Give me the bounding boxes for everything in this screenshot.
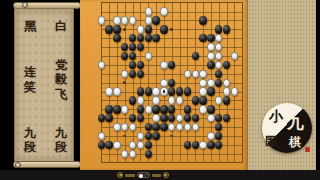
grid-line-v: [180, 3, 181, 163]
black-stone: [176, 87, 183, 95]
black-stone: [184, 87, 191, 95]
black-stone: [207, 105, 214, 113]
black-stone: [152, 132, 159, 140]
channel-logo: 小 九 围 棋: [262, 103, 312, 153]
black-player-column: 黑 连笑 九段: [22, 19, 38, 155]
white-stone: [105, 87, 112, 95]
white-stone: [113, 16, 120, 24]
white-stone: [98, 16, 105, 24]
black-stone: [152, 16, 159, 24]
black-stone: [192, 141, 199, 149]
scroll-character: 黑: [24, 19, 36, 34]
white-stone: [113, 87, 120, 95]
black-player-name: 连笑: [24, 65, 36, 94]
video-frame: 白 党毅飞 九段 黑 连笑 九段 小 九 围 棋 ◀: [0, 0, 320, 180]
black-stone: [137, 70, 144, 78]
black-stone: [207, 141, 214, 149]
white-stone: [199, 79, 206, 87]
white-stone: [137, 25, 144, 33]
white-stone: [207, 52, 214, 60]
white-player-rank: 九段: [55, 126, 67, 155]
scroll-character: 白: [55, 19, 67, 34]
grid-line-v: [187, 3, 188, 163]
black-stone-icon: [145, 174, 149, 178]
white-stone: [145, 52, 152, 60]
white-stone: [199, 70, 206, 78]
black-stone: [145, 141, 152, 149]
bottom-control-bar: ◀ ▶: [0, 170, 320, 180]
black-stone: [152, 123, 159, 131]
player-name-scroll: 白 党毅飞 九段 黑 连笑 九段: [13, 2, 76, 168]
grid-line-v: [234, 3, 235, 163]
black-stone: [223, 96, 230, 104]
black-stone: [215, 25, 222, 33]
side-panel: 小 九 围 棋: [247, 0, 316, 170]
black-color-label: 黑: [24, 19, 36, 34]
next-move-button[interactable]: ▶: [163, 172, 169, 178]
logo-char-qi: 棋: [289, 134, 301, 151]
white-stone: [152, 96, 159, 104]
scroll-character: 毅: [55, 72, 67, 87]
last-move-marker: [163, 90, 166, 93]
black-stone: [184, 105, 191, 113]
grid-line-v: [195, 3, 196, 163]
black-stone: [105, 105, 112, 113]
logo-char-xiao: 小: [269, 108, 283, 126]
black-stone: [129, 96, 136, 104]
logo-red-seal-icon: [305, 147, 310, 152]
move-info-text-right: [152, 174, 161, 177]
white-stone-icon: [139, 174, 143, 178]
black-stone: [199, 16, 206, 24]
black-stone: [105, 25, 112, 33]
black-stone: [145, 87, 152, 95]
black-stone: [160, 105, 167, 113]
white-stone: [98, 61, 105, 69]
black-stone: [207, 34, 214, 42]
scroll-character: 九: [24, 126, 36, 141]
move-info-text-left: [125, 174, 135, 177]
black-stone: [192, 96, 199, 104]
scroll-character: 九: [55, 126, 67, 141]
white-stone: [160, 79, 167, 87]
white-stone: [152, 87, 159, 95]
black-stone: [207, 61, 214, 69]
scroll-character: 段: [24, 140, 36, 155]
white-stone: [207, 43, 214, 51]
scroll-character: 党: [55, 58, 67, 73]
white-stone: [207, 132, 214, 140]
black-stone: [152, 105, 159, 113]
white-stone: [145, 16, 152, 24]
white-stone: [113, 141, 120, 149]
black-stone: [113, 105, 120, 113]
black-stone: [160, 25, 167, 33]
black-stone: [113, 25, 120, 33]
black-stone: [137, 105, 144, 113]
prev-move-button[interactable]: ◀: [117, 172, 123, 178]
white-stone: [145, 7, 152, 15]
black-stone: [98, 141, 105, 149]
black-stone: [145, 150, 152, 158]
black-stone: [160, 114, 167, 122]
scroll-character: 笑: [24, 80, 36, 95]
white-stone: [199, 105, 206, 113]
white-stone: [207, 79, 214, 87]
scroll-bottom-pin-icon: [15, 162, 21, 168]
black-stone: [199, 96, 206, 104]
white-stone: [184, 70, 191, 78]
black-player-rank: 九段: [24, 126, 36, 155]
white-stone: [145, 105, 152, 113]
white-stone: [129, 16, 136, 24]
white-stone: [199, 141, 206, 149]
black-stone: [207, 87, 214, 95]
white-stone: [160, 61, 167, 69]
scroll-character: 飞: [55, 87, 67, 102]
scroll-parchment: 白 党毅飞 九段 黑 连笑 九段: [14, 8, 74, 162]
white-stone: [199, 87, 206, 95]
white-player-name: 党毅飞: [55, 58, 67, 102]
white-color-label: 白: [55, 19, 67, 34]
logo-char-jiu: 九: [287, 111, 304, 134]
white-stone: [231, 87, 238, 95]
white-stone: [113, 123, 120, 131]
white-player-column: 白 党毅飞 九段: [53, 19, 69, 155]
white-stone: [160, 87, 167, 95]
white-stone: [207, 114, 214, 122]
logo-char-wei: 围: [265, 133, 277, 150]
stone-color-toggle[interactable]: [137, 172, 150, 178]
white-stone: [223, 87, 230, 95]
black-stone: [145, 25, 152, 33]
black-stone: [113, 34, 120, 42]
scroll-character: 段: [55, 140, 67, 155]
white-stone: [192, 70, 199, 78]
go-board: [80, 0, 247, 170]
black-stone: [168, 105, 175, 113]
white-stone: [160, 7, 167, 15]
white-stone: [176, 96, 183, 104]
black-stone: [223, 25, 230, 33]
star-point: [123, 28, 126, 31]
black-stone: [105, 141, 112, 149]
black-stone: [192, 52, 199, 60]
white-stone: [137, 96, 144, 104]
black-stone: [160, 123, 167, 131]
black-stone: [137, 87, 144, 95]
star-point: [170, 28, 173, 31]
scroll-character: 连: [24, 65, 36, 80]
white-stone: [121, 105, 128, 113]
scroll-bottom-roll: [13, 161, 81, 168]
